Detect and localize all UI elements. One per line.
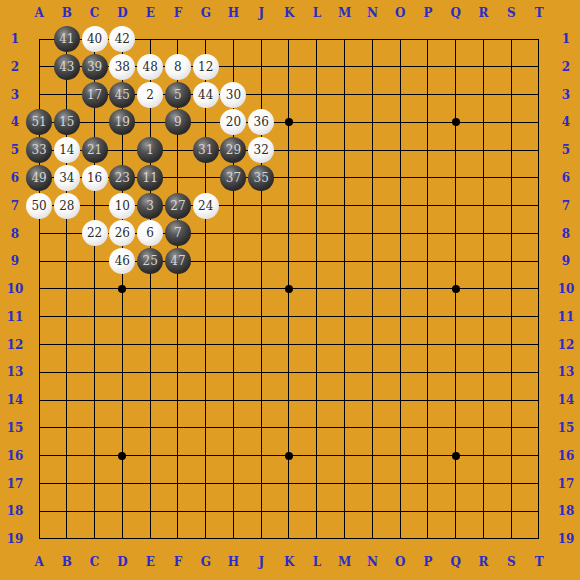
intersection-G12[interactable]: [192, 331, 220, 359]
intersection-A17[interactable]: [25, 469, 53, 497]
intersection-Q4[interactable]: [442, 109, 470, 137]
intersection-B14[interactable]: [53, 386, 81, 414]
intersection-P3[interactable]: [414, 81, 442, 109]
intersection-M2[interactable]: [331, 53, 359, 81]
intersection-N15[interactable]: [358, 414, 386, 442]
intersection-E6[interactable]: 11: [136, 164, 164, 192]
intersection-T4[interactable]: [525, 109, 553, 137]
intersection-N19[interactable]: [358, 525, 386, 553]
intersection-Q10[interactable]: [442, 275, 470, 303]
intersection-T10[interactable]: [525, 275, 553, 303]
intersection-O11[interactable]: [386, 303, 414, 331]
intersection-C6[interactable]: 16: [81, 164, 109, 192]
intersection-O6[interactable]: [386, 164, 414, 192]
intersection-N12[interactable]: [358, 331, 386, 359]
intersection-F8[interactable]: 7: [164, 220, 192, 248]
intersection-F6[interactable]: [164, 164, 192, 192]
intersection-J1[interactable]: [247, 25, 275, 53]
intersection-K6[interactable]: [275, 164, 303, 192]
intersection-S18[interactable]: [497, 497, 525, 525]
intersection-M3[interactable]: [331, 81, 359, 109]
intersection-C11[interactable]: [81, 303, 109, 331]
intersection-B12[interactable]: [53, 331, 81, 359]
intersection-R15[interactable]: [469, 414, 497, 442]
intersection-C10[interactable]: [81, 275, 109, 303]
intersection-E14[interactable]: [136, 386, 164, 414]
intersection-E18[interactable]: [136, 497, 164, 525]
intersection-D17[interactable]: [109, 469, 137, 497]
intersection-L18[interactable]: [303, 497, 331, 525]
intersection-B11[interactable]: [53, 303, 81, 331]
intersection-G11[interactable]: [192, 303, 220, 331]
intersection-B7[interactable]: 28: [53, 192, 81, 220]
intersection-O19[interactable]: [386, 525, 414, 553]
intersection-C15[interactable]: [81, 414, 109, 442]
intersection-L9[interactable]: [303, 247, 331, 275]
intersection-J10[interactable]: [247, 275, 275, 303]
intersection-D12[interactable]: [109, 331, 137, 359]
intersection-S14[interactable]: [497, 386, 525, 414]
intersection-F16[interactable]: [164, 442, 192, 470]
intersection-C12[interactable]: [81, 331, 109, 359]
intersection-N14[interactable]: [358, 386, 386, 414]
intersection-O10[interactable]: [386, 275, 414, 303]
intersection-Q1[interactable]: [442, 25, 470, 53]
intersection-K4[interactable]: [275, 109, 303, 137]
intersection-T14[interactable]: [525, 386, 553, 414]
intersection-J15[interactable]: [247, 414, 275, 442]
intersection-S2[interactable]: [497, 53, 525, 81]
intersection-T12[interactable]: [525, 331, 553, 359]
intersection-Q14[interactable]: [442, 386, 470, 414]
intersection-C17[interactable]: [81, 469, 109, 497]
intersection-S10[interactable]: [497, 275, 525, 303]
intersection-L14[interactable]: [303, 386, 331, 414]
intersection-H18[interactable]: [220, 497, 248, 525]
intersection-G10[interactable]: [192, 275, 220, 303]
intersection-M9[interactable]: [331, 247, 359, 275]
intersection-G7[interactable]: 24: [192, 192, 220, 220]
intersection-O7[interactable]: [386, 192, 414, 220]
intersection-G9[interactable]: [192, 247, 220, 275]
intersection-N8[interactable]: [358, 220, 386, 248]
intersection-Q17[interactable]: [442, 469, 470, 497]
intersection-N3[interactable]: [358, 81, 386, 109]
intersection-E8[interactable]: 6: [136, 220, 164, 248]
intersection-J18[interactable]: [247, 497, 275, 525]
intersection-E11[interactable]: [136, 303, 164, 331]
intersection-O18[interactable]: [386, 497, 414, 525]
intersection-C7[interactable]: [81, 192, 109, 220]
intersection-D3[interactable]: 45: [109, 81, 137, 109]
intersection-O1[interactable]: [386, 25, 414, 53]
intersection-Q16[interactable]: [442, 442, 470, 470]
intersection-Q7[interactable]: [442, 192, 470, 220]
intersection-M4[interactable]: [331, 109, 359, 137]
intersection-P17[interactable]: [414, 469, 442, 497]
intersection-L16[interactable]: [303, 442, 331, 470]
intersection-D16[interactable]: [109, 442, 137, 470]
intersection-L13[interactable]: [303, 358, 331, 386]
intersection-B19[interactable]: [53, 525, 81, 553]
intersection-R11[interactable]: [469, 303, 497, 331]
intersection-E2[interactable]: 48: [136, 53, 164, 81]
intersection-N7[interactable]: [358, 192, 386, 220]
intersection-E3[interactable]: 2: [136, 81, 164, 109]
intersection-B17[interactable]: [53, 469, 81, 497]
intersection-Q2[interactable]: [442, 53, 470, 81]
intersection-D11[interactable]: [109, 303, 137, 331]
intersection-N6[interactable]: [358, 164, 386, 192]
intersection-T5[interactable]: [525, 136, 553, 164]
intersection-G4[interactable]: [192, 109, 220, 137]
intersection-L19[interactable]: [303, 525, 331, 553]
intersection-T18[interactable]: [525, 497, 553, 525]
intersection-J3[interactable]: [247, 81, 275, 109]
intersection-R19[interactable]: [469, 525, 497, 553]
intersection-N17[interactable]: [358, 469, 386, 497]
intersection-K14[interactable]: [275, 386, 303, 414]
intersection-A1[interactable]: [25, 25, 53, 53]
intersection-E13[interactable]: [136, 358, 164, 386]
intersection-R14[interactable]: [469, 386, 497, 414]
intersection-M16[interactable]: [331, 442, 359, 470]
intersection-F14[interactable]: [164, 386, 192, 414]
intersection-B4[interactable]: 15: [53, 109, 81, 137]
intersection-A5[interactable]: 33: [25, 136, 53, 164]
intersection-K17[interactable]: [275, 469, 303, 497]
intersection-P19[interactable]: [414, 525, 442, 553]
intersection-T11[interactable]: [525, 303, 553, 331]
intersection-N11[interactable]: [358, 303, 386, 331]
intersection-F19[interactable]: [164, 525, 192, 553]
intersection-D10[interactable]: [109, 275, 137, 303]
intersection-K10[interactable]: [275, 275, 303, 303]
intersection-G1[interactable]: [192, 25, 220, 53]
intersection-N4[interactable]: [358, 109, 386, 137]
intersection-F10[interactable]: [164, 275, 192, 303]
intersection-C14[interactable]: [81, 386, 109, 414]
intersection-E4[interactable]: [136, 109, 164, 137]
intersection-T8[interactable]: [525, 220, 553, 248]
intersection-T13[interactable]: [525, 358, 553, 386]
intersection-T17[interactable]: [525, 469, 553, 497]
intersection-E15[interactable]: [136, 414, 164, 442]
intersection-K18[interactable]: [275, 497, 303, 525]
intersection-H8[interactable]: [220, 220, 248, 248]
intersection-H16[interactable]: [220, 442, 248, 470]
intersection-B3[interactable]: [53, 81, 81, 109]
intersection-C9[interactable]: [81, 247, 109, 275]
intersection-C3[interactable]: 17: [81, 81, 109, 109]
intersection-C8[interactable]: 22: [81, 220, 109, 248]
intersection-G5[interactable]: 31: [192, 136, 220, 164]
intersection-B1[interactable]: 41: [53, 25, 81, 53]
intersection-P16[interactable]: [414, 442, 442, 470]
intersection-C4[interactable]: [81, 109, 109, 137]
intersection-L5[interactable]: [303, 136, 331, 164]
intersection-P9[interactable]: [414, 247, 442, 275]
intersection-T1[interactable]: [525, 25, 553, 53]
intersection-F2[interactable]: 8: [164, 53, 192, 81]
intersection-H2[interactable]: [220, 53, 248, 81]
intersection-R12[interactable]: [469, 331, 497, 359]
intersection-N10[interactable]: [358, 275, 386, 303]
intersection-S13[interactable]: [497, 358, 525, 386]
intersection-G17[interactable]: [192, 469, 220, 497]
intersection-R10[interactable]: [469, 275, 497, 303]
intersection-M5[interactable]: [331, 136, 359, 164]
intersection-E1[interactable]: [136, 25, 164, 53]
intersection-K9[interactable]: [275, 247, 303, 275]
intersection-K16[interactable]: [275, 442, 303, 470]
intersection-A9[interactable]: [25, 247, 53, 275]
intersection-J14[interactable]: [247, 386, 275, 414]
intersection-D4[interactable]: 19: [109, 109, 137, 137]
intersection-H17[interactable]: [220, 469, 248, 497]
intersection-N1[interactable]: [358, 25, 386, 53]
intersection-P13[interactable]: [414, 358, 442, 386]
intersection-J6[interactable]: 35: [247, 164, 275, 192]
intersection-J2[interactable]: [247, 53, 275, 81]
intersection-D18[interactable]: [109, 497, 137, 525]
intersection-P4[interactable]: [414, 109, 442, 137]
intersection-P5[interactable]: [414, 136, 442, 164]
intersection-O14[interactable]: [386, 386, 414, 414]
intersection-N9[interactable]: [358, 247, 386, 275]
intersection-F15[interactable]: [164, 414, 192, 442]
intersection-J4[interactable]: 36: [247, 109, 275, 137]
intersection-D19[interactable]: [109, 525, 137, 553]
intersection-A10[interactable]: [25, 275, 53, 303]
intersection-K2[interactable]: [275, 53, 303, 81]
intersection-J13[interactable]: [247, 358, 275, 386]
intersection-F4[interactable]: 9: [164, 109, 192, 137]
intersection-M7[interactable]: [331, 192, 359, 220]
intersection-C5[interactable]: 21: [81, 136, 109, 164]
intersection-M8[interactable]: [331, 220, 359, 248]
intersection-B16[interactable]: [53, 442, 81, 470]
intersection-F5[interactable]: [164, 136, 192, 164]
intersection-E16[interactable]: [136, 442, 164, 470]
intersection-T3[interactable]: [525, 81, 553, 109]
intersection-F7[interactable]: 27: [164, 192, 192, 220]
intersection-J11[interactable]: [247, 303, 275, 331]
intersection-B8[interactable]: [53, 220, 81, 248]
intersection-L10[interactable]: [303, 275, 331, 303]
intersection-S7[interactable]: [497, 192, 525, 220]
intersection-L8[interactable]: [303, 220, 331, 248]
intersection-O17[interactable]: [386, 469, 414, 497]
intersection-J7[interactable]: [247, 192, 275, 220]
intersection-M11[interactable]: [331, 303, 359, 331]
intersection-R6[interactable]: [469, 164, 497, 192]
intersection-K11[interactable]: [275, 303, 303, 331]
intersection-Q5[interactable]: [442, 136, 470, 164]
intersection-P15[interactable]: [414, 414, 442, 442]
intersection-O16[interactable]: [386, 442, 414, 470]
intersection-Q13[interactable]: [442, 358, 470, 386]
intersection-E7[interactable]: 3: [136, 192, 164, 220]
intersection-S5[interactable]: [497, 136, 525, 164]
intersection-H5[interactable]: 29: [220, 136, 248, 164]
intersection-N13[interactable]: [358, 358, 386, 386]
intersection-O4[interactable]: [386, 109, 414, 137]
intersection-C16[interactable]: [81, 442, 109, 470]
intersection-B5[interactable]: 14: [53, 136, 81, 164]
intersection-H19[interactable]: [220, 525, 248, 553]
intersection-A14[interactable]: [25, 386, 53, 414]
intersection-A8[interactable]: [25, 220, 53, 248]
intersection-G2[interactable]: 12: [192, 53, 220, 81]
intersection-Q6[interactable]: [442, 164, 470, 192]
intersection-R3[interactable]: [469, 81, 497, 109]
intersection-G3[interactable]: 44: [192, 81, 220, 109]
intersection-M12[interactable]: [331, 331, 359, 359]
intersection-P7[interactable]: [414, 192, 442, 220]
intersection-S4[interactable]: [497, 109, 525, 137]
intersection-H7[interactable]: [220, 192, 248, 220]
intersection-G16[interactable]: [192, 442, 220, 470]
intersection-S3[interactable]: [497, 81, 525, 109]
intersection-T15[interactable]: [525, 414, 553, 442]
intersection-E9[interactable]: 25: [136, 247, 164, 275]
intersection-G18[interactable]: [192, 497, 220, 525]
intersection-H14[interactable]: [220, 386, 248, 414]
intersection-T6[interactable]: [525, 164, 553, 192]
intersection-D9[interactable]: 46: [109, 247, 137, 275]
intersection-B15[interactable]: [53, 414, 81, 442]
intersection-P11[interactable]: [414, 303, 442, 331]
intersection-R1[interactable]: [469, 25, 497, 53]
intersection-O15[interactable]: [386, 414, 414, 442]
intersection-S15[interactable]: [497, 414, 525, 442]
intersection-T9[interactable]: [525, 247, 553, 275]
intersection-H13[interactable]: [220, 358, 248, 386]
intersection-D2[interactable]: 38: [109, 53, 137, 81]
intersection-R17[interactable]: [469, 469, 497, 497]
intersection-E19[interactable]: [136, 525, 164, 553]
intersection-M1[interactable]: [331, 25, 359, 53]
intersection-H15[interactable]: [220, 414, 248, 442]
intersection-Q19[interactable]: [442, 525, 470, 553]
intersection-S19[interactable]: [497, 525, 525, 553]
intersection-O12[interactable]: [386, 331, 414, 359]
intersection-L3[interactable]: [303, 81, 331, 109]
intersection-K5[interactable]: [275, 136, 303, 164]
intersection-D6[interactable]: 23: [109, 164, 137, 192]
intersection-M14[interactable]: [331, 386, 359, 414]
intersection-H1[interactable]: [220, 25, 248, 53]
intersection-N18[interactable]: [358, 497, 386, 525]
intersection-J5[interactable]: 32: [247, 136, 275, 164]
intersection-B6[interactable]: 34: [53, 164, 81, 192]
intersection-Q12[interactable]: [442, 331, 470, 359]
intersection-K15[interactable]: [275, 414, 303, 442]
intersection-E10[interactable]: [136, 275, 164, 303]
intersection-A3[interactable]: [25, 81, 53, 109]
intersection-D1[interactable]: 42: [109, 25, 137, 53]
intersection-A15[interactable]: [25, 414, 53, 442]
intersection-D14[interactable]: [109, 386, 137, 414]
intersection-F17[interactable]: [164, 469, 192, 497]
intersection-Q15[interactable]: [442, 414, 470, 442]
intersection-R8[interactable]: [469, 220, 497, 248]
intersection-P8[interactable]: [414, 220, 442, 248]
intersection-J9[interactable]: [247, 247, 275, 275]
intersection-F12[interactable]: [164, 331, 192, 359]
intersection-D8[interactable]: 26: [109, 220, 137, 248]
intersection-S11[interactable]: [497, 303, 525, 331]
intersection-L12[interactable]: [303, 331, 331, 359]
intersection-K19[interactable]: [275, 525, 303, 553]
intersection-Q18[interactable]: [442, 497, 470, 525]
intersection-Q3[interactable]: [442, 81, 470, 109]
intersection-L15[interactable]: [303, 414, 331, 442]
intersection-P12[interactable]: [414, 331, 442, 359]
intersection-B18[interactable]: [53, 497, 81, 525]
intersection-P14[interactable]: [414, 386, 442, 414]
intersection-L4[interactable]: [303, 109, 331, 137]
intersection-O13[interactable]: [386, 358, 414, 386]
intersection-M17[interactable]: [331, 469, 359, 497]
intersection-J8[interactable]: [247, 220, 275, 248]
intersection-Q9[interactable]: [442, 247, 470, 275]
intersection-M13[interactable]: [331, 358, 359, 386]
intersection-T2[interactable]: [525, 53, 553, 81]
intersection-R2[interactable]: [469, 53, 497, 81]
intersection-B10[interactable]: [53, 275, 81, 303]
intersection-R18[interactable]: [469, 497, 497, 525]
intersection-S8[interactable]: [497, 220, 525, 248]
intersection-D7[interactable]: 10: [109, 192, 137, 220]
intersection-P2[interactable]: [414, 53, 442, 81]
intersection-E5[interactable]: 1: [136, 136, 164, 164]
intersection-C13[interactable]: [81, 358, 109, 386]
intersection-L17[interactable]: [303, 469, 331, 497]
intersection-M15[interactable]: [331, 414, 359, 442]
intersection-G6[interactable]: [192, 164, 220, 192]
intersection-F18[interactable]: [164, 497, 192, 525]
intersection-E12[interactable]: [136, 331, 164, 359]
intersection-A4[interactable]: 51: [25, 109, 53, 137]
intersection-P6[interactable]: [414, 164, 442, 192]
intersection-O9[interactable]: [386, 247, 414, 275]
intersection-D5[interactable]: [109, 136, 137, 164]
intersection-A6[interactable]: 49: [25, 164, 53, 192]
intersection-K7[interactable]: [275, 192, 303, 220]
intersection-S12[interactable]: [497, 331, 525, 359]
intersection-K1[interactable]: [275, 25, 303, 53]
intersection-L2[interactable]: [303, 53, 331, 81]
intersection-S1[interactable]: [497, 25, 525, 53]
intersection-F1[interactable]: [164, 25, 192, 53]
intersection-M6[interactable]: [331, 164, 359, 192]
intersection-D13[interactable]: [109, 358, 137, 386]
intersection-B9[interactable]: [53, 247, 81, 275]
intersection-R9[interactable]: [469, 247, 497, 275]
intersection-A11[interactable]: [25, 303, 53, 331]
intersection-K12[interactable]: [275, 331, 303, 359]
intersection-H3[interactable]: 30: [220, 81, 248, 109]
intersection-G8[interactable]: [192, 220, 220, 248]
intersection-J17[interactable]: [247, 469, 275, 497]
intersection-G14[interactable]: [192, 386, 220, 414]
intersection-T16[interactable]: [525, 442, 553, 470]
intersection-H11[interactable]: [220, 303, 248, 331]
intersection-P10[interactable]: [414, 275, 442, 303]
intersection-R4[interactable]: [469, 109, 497, 137]
